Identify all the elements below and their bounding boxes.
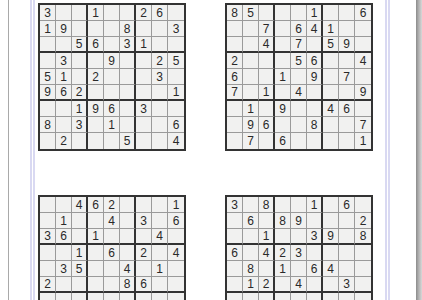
sudoku-empty-cell [323, 277, 339, 293]
sudoku-given-cell: 4 [72, 197, 88, 213]
sudoku-empty-cell [152, 37, 168, 53]
sudoku-grid-top-right: 85167641475925646197714919469687761 [225, 3, 373, 151]
sudoku-empty-cell [291, 261, 307, 277]
sudoku-empty-cell [152, 21, 168, 37]
sudoku-empty-cell [275, 229, 291, 245]
sudoku-given-cell: 8 [243, 261, 259, 277]
sudoku-empty-cell [168, 277, 184, 293]
sudoku-empty-cell [120, 229, 136, 245]
sudoku-given-cell: 6 [56, 85, 72, 101]
sudoku-given-cell: 2 [259, 277, 275, 293]
sudoku-empty-cell [88, 293, 104, 300]
sudoku-empty-cell [136, 53, 152, 69]
sudoku-empty-cell [168, 37, 184, 53]
sudoku-empty-cell [88, 53, 104, 69]
sudoku-given-cell: 9 [323, 229, 339, 245]
sudoku-given-cell: 6 [56, 229, 72, 245]
sudoku-given-cell: 5 [243, 5, 259, 21]
sudoku-empty-cell [136, 229, 152, 245]
sudoku-given-cell: 6 [227, 245, 243, 261]
sudoku-empty-cell [259, 101, 275, 117]
sudoku-empty-cell [291, 117, 307, 133]
margin-rule-right-outer [388, 0, 390, 300]
sudoku-given-cell: 4 [355, 53, 371, 69]
page-edge-line-left [8, 0, 9, 300]
sudoku-empty-cell [72, 69, 88, 85]
sudoku-empty-cell [227, 229, 243, 245]
sudoku-empty-cell [355, 261, 371, 277]
sudoku-given-cell: 2 [152, 53, 168, 69]
sudoku-empty-cell [243, 37, 259, 53]
sudoku-empty-cell [72, 213, 88, 229]
sudoku-empty-cell [227, 117, 243, 133]
sudoku-empty-cell [243, 229, 259, 245]
sudoku-empty-cell [104, 277, 120, 293]
sudoku-empty-cell [259, 213, 275, 229]
sudoku-given-cell: 4 [168, 245, 184, 261]
sudoku-given-cell: 1 [243, 277, 259, 293]
sudoku-empty-cell [339, 133, 355, 149]
sudoku-given-cell: 9 [56, 21, 72, 37]
sudoku-empty-cell [339, 53, 355, 69]
sudoku-empty-cell [259, 293, 275, 300]
margin-rule-left-inner [33, 0, 35, 300]
sudoku-given-cell: 2 [227, 53, 243, 69]
sudoku-given-cell: 4 [307, 21, 323, 37]
sudoku-given-cell: 7 [259, 21, 275, 37]
sudoku-given-cell: 8 [40, 117, 56, 133]
sudoku-empty-cell [355, 37, 371, 53]
sudoku-empty-cell [40, 133, 56, 149]
sudoku-given-cell: 6 [136, 277, 152, 293]
sudoku-empty-cell [275, 197, 291, 213]
sudoku-given-cell: 9 [355, 85, 371, 101]
sudoku-given-cell: 8 [355, 229, 371, 245]
sudoku-empty-cell [152, 213, 168, 229]
sudoku-given-cell: 5 [72, 37, 88, 53]
sudoku-given-cell: 5 [120, 133, 136, 149]
sudoku-empty-cell [56, 101, 72, 117]
sudoku-given-cell: 8 [120, 277, 136, 293]
sudoku-empty-cell [104, 133, 120, 149]
sudoku-grid-bottom-left: 46211436361416243541286 [38, 195, 186, 300]
sudoku-empty-cell [291, 101, 307, 117]
sudoku-empty-cell [339, 5, 355, 21]
sudoku-given-cell: 9 [275, 101, 291, 117]
sudoku-given-cell: 4 [323, 101, 339, 117]
sudoku-given-cell: 7 [243, 133, 259, 149]
sudoku-given-cell: 2 [104, 197, 120, 213]
sudoku-given-cell: 2 [72, 85, 88, 101]
sudoku-empty-cell [307, 245, 323, 261]
sudoku-empty-cell [323, 245, 339, 261]
sudoku-given-cell: 6 [227, 69, 243, 85]
sudoku-empty-cell [323, 69, 339, 85]
sudoku-empty-cell [120, 245, 136, 261]
sudoku-empty-cell [88, 213, 104, 229]
sudoku-empty-cell [323, 85, 339, 101]
sudoku-given-cell: 6 [259, 117, 275, 133]
sudoku-empty-cell [227, 21, 243, 37]
sudoku-empty-cell [72, 277, 88, 293]
sudoku-empty-cell [136, 117, 152, 133]
sudoku-given-cell: 3 [40, 229, 56, 245]
sudoku-given-cell: 6 [104, 101, 120, 117]
sudoku-empty-cell [275, 21, 291, 37]
sudoku-given-cell: 9 [243, 117, 259, 133]
sudoku-empty-cell [120, 69, 136, 85]
sudoku-empty-cell [243, 53, 259, 69]
sudoku-given-cell: 5 [72, 261, 88, 277]
sudoku-empty-cell [227, 101, 243, 117]
sudoku-given-cell: 1 [72, 245, 88, 261]
sudoku-given-cell: 9 [307, 69, 323, 85]
sudoku-empty-cell [104, 293, 120, 300]
sudoku-given-cell: 5 [323, 37, 339, 53]
sudoku-empty-cell [243, 293, 259, 300]
sudoku-empty-cell [120, 117, 136, 133]
sudoku-empty-cell [56, 5, 72, 21]
sudoku-empty-cell [259, 261, 275, 277]
sudoku-empty-cell [104, 37, 120, 53]
sudoku-empty-cell [104, 261, 120, 277]
sudoku-empty-cell [291, 5, 307, 21]
sudoku-given-cell: 9 [104, 53, 120, 69]
sudoku-empty-cell [227, 133, 243, 149]
sudoku-empty-cell [56, 197, 72, 213]
sudoku-empty-cell [136, 69, 152, 85]
sudoku-given-cell: 3 [168, 21, 184, 37]
sudoku-given-cell: 3 [56, 261, 72, 277]
sudoku-given-cell: 1 [88, 5, 104, 21]
sudoku-empty-cell [227, 277, 243, 293]
sudoku-empty-cell [339, 261, 355, 277]
sudoku-empty-cell [307, 213, 323, 229]
sudoku-given-cell: 1 [275, 261, 291, 277]
sudoku-given-cell: 3 [136, 101, 152, 117]
sudoku-empty-cell [275, 85, 291, 101]
sudoku-empty-cell [88, 133, 104, 149]
sudoku-given-cell: 4 [291, 277, 307, 293]
sudoku-given-cell: 4 [259, 37, 275, 53]
sudoku-given-cell: 9 [339, 37, 355, 53]
sudoku-empty-cell [227, 293, 243, 300]
sudoku-empty-cell [227, 213, 243, 229]
sudoku-empty-cell [152, 245, 168, 261]
sudoku-empty-cell [259, 69, 275, 85]
sudoku-empty-cell [323, 293, 339, 300]
sudoku-empty-cell [136, 133, 152, 149]
sudoku-empty-cell [120, 213, 136, 229]
sudoku-empty-cell [168, 101, 184, 117]
worksheet-page: { "game": "sudoku", "page": { "descripti… [0, 0, 422, 300]
sudoku-empty-cell [243, 21, 259, 37]
sudoku-given-cell: 1 [104, 117, 120, 133]
page-edge-shadow-right [416, 0, 422, 300]
sudoku-empty-cell [136, 261, 152, 277]
sudoku-empty-cell [152, 117, 168, 133]
sudoku-empty-cell [339, 21, 355, 37]
sudoku-empty-cell [339, 85, 355, 101]
sudoku-given-cell: 7 [227, 85, 243, 101]
sudoku-empty-cell [136, 85, 152, 101]
sudoku-given-cell: 4 [104, 213, 120, 229]
sudoku-given-cell: 6 [275, 133, 291, 149]
sudoku-empty-cell [40, 101, 56, 117]
sudoku-given-cell: 1 [168, 85, 184, 101]
sudoku-empty-cell [40, 53, 56, 69]
sudoku-given-cell: 2 [136, 5, 152, 21]
sudoku-empty-cell [355, 69, 371, 85]
sudoku-given-cell: 2 [40, 277, 56, 293]
sudoku-given-cell: 1 [243, 101, 259, 117]
sudoku-empty-cell [259, 53, 275, 69]
sudoku-empty-cell [72, 229, 88, 245]
sudoku-empty-cell [259, 133, 275, 149]
sudoku-empty-cell [104, 69, 120, 85]
sudoku-empty-cell [88, 85, 104, 101]
sudoku-empty-cell [120, 53, 136, 69]
sudoku-given-cell: 3 [120, 37, 136, 53]
sudoku-given-cell: 5 [291, 53, 307, 69]
sudoku-empty-cell [291, 133, 307, 149]
sudoku-empty-cell [152, 101, 168, 117]
sudoku-empty-cell [339, 293, 355, 300]
sudoku-grid-bottom-right: 381668921398642381641243 [225, 195, 373, 300]
sudoku-given-cell: 6 [355, 5, 371, 21]
sudoku-empty-cell [88, 245, 104, 261]
sudoku-empty-cell [152, 133, 168, 149]
sudoku-given-cell: 1 [40, 21, 56, 37]
sudoku-given-cell: 1 [323, 21, 339, 37]
sudoku-given-cell: 6 [243, 213, 259, 229]
sudoku-empty-cell [307, 101, 323, 117]
sudoku-empty-cell [56, 117, 72, 133]
sudoku-given-cell: 6 [307, 261, 323, 277]
sudoku-empty-cell [275, 277, 291, 293]
sudoku-empty-cell [291, 197, 307, 213]
sudoku-empty-cell [275, 37, 291, 53]
sudoku-empty-cell [168, 261, 184, 277]
sudoku-given-cell: 7 [339, 69, 355, 85]
sudoku-empty-cell [136, 293, 152, 300]
sudoku-empty-cell [243, 69, 259, 85]
sudoku-empty-cell [275, 53, 291, 69]
sudoku-empty-cell [168, 293, 184, 300]
sudoku-empty-cell [355, 277, 371, 293]
sudoku-empty-cell [355, 101, 371, 117]
sudoku-given-cell: 6 [291, 21, 307, 37]
sudoku-given-cell: 6 [307, 53, 323, 69]
sudoku-given-cell: 2 [88, 69, 104, 85]
sudoku-given-cell: 4 [168, 133, 184, 149]
sudoku-given-cell: 9 [291, 213, 307, 229]
sudoku-given-cell: 1 [152, 261, 168, 277]
sudoku-given-cell: 1 [275, 69, 291, 85]
sudoku-empty-cell [275, 5, 291, 21]
sudoku-given-cell: 7 [291, 37, 307, 53]
sudoku-empty-cell [40, 197, 56, 213]
sudoku-given-cell: 4 [259, 245, 275, 261]
sudoku-empty-cell [120, 85, 136, 101]
sudoku-given-cell: 6 [104, 245, 120, 261]
sudoku-given-cell: 3 [227, 197, 243, 213]
sudoku-empty-cell [104, 85, 120, 101]
sudoku-given-cell: 6 [168, 117, 184, 133]
sudoku-given-cell: 3 [152, 69, 168, 85]
sudoku-empty-cell [355, 245, 371, 261]
sudoku-given-cell: 2 [56, 133, 72, 149]
sudoku-empty-cell [291, 69, 307, 85]
sudoku-given-cell: 9 [40, 85, 56, 101]
sudoku-empty-cell [323, 5, 339, 21]
sudoku-given-cell: 1 [168, 197, 184, 213]
sudoku-empty-cell [168, 69, 184, 85]
sudoku-empty-cell [275, 293, 291, 300]
sudoku-empty-cell [339, 245, 355, 261]
sudoku-empty-cell [152, 197, 168, 213]
sudoku-given-cell: 1 [355, 133, 371, 149]
sudoku-given-cell: 3 [136, 213, 152, 229]
sudoku-empty-cell [323, 213, 339, 229]
sudoku-empty-cell [40, 37, 56, 53]
sudoku-empty-cell [72, 133, 88, 149]
sudoku-given-cell: 6 [152, 5, 168, 21]
sudoku-given-cell: 1 [259, 229, 275, 245]
sudoku-empty-cell [56, 245, 72, 261]
sudoku-empty-cell [307, 293, 323, 300]
sudoku-given-cell: 8 [227, 5, 243, 21]
sudoku-empty-cell [152, 293, 168, 300]
sudoku-given-cell: 8 [120, 21, 136, 37]
sudoku-empty-cell [56, 293, 72, 300]
sudoku-empty-cell [307, 85, 323, 101]
sudoku-given-cell: 5 [168, 53, 184, 69]
sudoku-given-cell: 3 [307, 229, 323, 245]
sudoku-empty-cell [72, 21, 88, 37]
sudoku-empty-cell [40, 293, 56, 300]
sudoku-empty-cell [307, 277, 323, 293]
sudoku-empty-cell [104, 21, 120, 37]
sudoku-given-cell: 4 [291, 85, 307, 101]
sudoku-empty-cell [307, 37, 323, 53]
sudoku-given-cell: 1 [72, 101, 88, 117]
sudoku-empty-cell [259, 5, 275, 21]
sudoku-given-cell: 5 [40, 69, 56, 85]
sudoku-empty-cell [323, 133, 339, 149]
sudoku-empty-cell [104, 229, 120, 245]
sudoku-empty-cell [323, 53, 339, 69]
sudoku-given-cell: 4 [120, 261, 136, 277]
sudoku-given-cell: 8 [307, 117, 323, 133]
sudoku-given-cell: 3 [291, 245, 307, 261]
sudoku-empty-cell [339, 117, 355, 133]
sudoku-empty-cell [307, 133, 323, 149]
sudoku-given-cell: 6 [88, 37, 104, 53]
sudoku-empty-cell [323, 117, 339, 133]
sudoku-given-cell: 9 [88, 101, 104, 117]
sudoku-given-cell: 6 [339, 101, 355, 117]
sudoku-given-cell: 4 [152, 229, 168, 245]
sudoku-given-cell: 1 [88, 229, 104, 245]
sudoku-empty-cell [88, 261, 104, 277]
sudoku-empty-cell [291, 229, 307, 245]
sudoku-empty-cell [72, 293, 88, 300]
sudoku-empty-cell [120, 5, 136, 21]
sudoku-empty-cell [355, 293, 371, 300]
sudoku-given-cell: 6 [88, 197, 104, 213]
sudoku-given-cell: 1 [307, 5, 323, 21]
sudoku-given-cell: 4 [323, 261, 339, 277]
sudoku-grid-top-left: 31261983563139255123962119638316254 [38, 3, 186, 151]
sudoku-empty-cell [56, 37, 72, 53]
sudoku-given-cell: 7 [355, 117, 371, 133]
sudoku-empty-cell [136, 21, 152, 37]
sudoku-given-cell: 1 [307, 197, 323, 213]
sudoku-empty-cell [243, 197, 259, 213]
margin-rule-left-outer [30, 0, 32, 300]
sudoku-given-cell: 3 [72, 117, 88, 133]
sudoku-empty-cell [243, 245, 259, 261]
sudoku-given-cell: 2 [275, 245, 291, 261]
sudoku-given-cell: 8 [275, 213, 291, 229]
sudoku-empty-cell [152, 85, 168, 101]
sudoku-empty-cell [88, 277, 104, 293]
sudoku-empty-cell [72, 5, 88, 21]
sudoku-given-cell: 3 [56, 53, 72, 69]
sudoku-given-cell: 2 [136, 245, 152, 261]
sudoku-given-cell: 3 [339, 277, 355, 293]
sudoku-empty-cell [227, 261, 243, 277]
sudoku-given-cell: 8 [259, 197, 275, 213]
sudoku-given-cell: 1 [259, 85, 275, 101]
sudoku-empty-cell [243, 85, 259, 101]
sudoku-given-cell: 1 [56, 69, 72, 85]
sudoku-empty-cell [88, 21, 104, 37]
sudoku-given-cell: 1 [136, 37, 152, 53]
sudoku-given-cell: 6 [168, 213, 184, 229]
sudoku-empty-cell [104, 5, 120, 21]
sudoku-empty-cell [40, 213, 56, 229]
sudoku-empty-cell [56, 277, 72, 293]
sudoku-given-cell: 2 [355, 213, 371, 229]
sudoku-empty-cell [120, 197, 136, 213]
sudoku-empty-cell [323, 197, 339, 213]
sudoku-empty-cell [152, 277, 168, 293]
sudoku-empty-cell [339, 213, 355, 229]
sudoku-empty-cell [72, 53, 88, 69]
sudoku-empty-cell [88, 117, 104, 133]
margin-rule-right-inner [385, 0, 387, 300]
sudoku-given-cell: 1 [56, 213, 72, 229]
sudoku-empty-cell [120, 101, 136, 117]
sudoku-given-cell: 6 [339, 197, 355, 213]
sudoku-empty-cell [355, 197, 371, 213]
sudoku-empty-cell [355, 21, 371, 37]
sudoku-empty-cell [227, 37, 243, 53]
sudoku-empty-cell [291, 293, 307, 300]
sudoku-empty-cell [275, 117, 291, 133]
sudoku-empty-cell [40, 245, 56, 261]
sudoku-empty-cell [168, 229, 184, 245]
sudoku-empty-cell [136, 197, 152, 213]
sudoku-empty-cell [40, 261, 56, 277]
sudoku-empty-cell [339, 229, 355, 245]
sudoku-empty-cell [120, 293, 136, 300]
sudoku-empty-cell [168, 5, 184, 21]
sudoku-given-cell: 3 [40, 5, 56, 21]
